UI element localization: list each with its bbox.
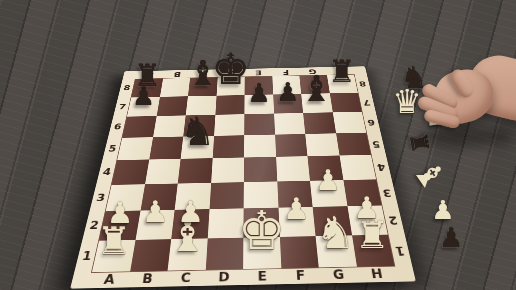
square-e1 — [243, 237, 281, 269]
square-a2 — [99, 211, 140, 241]
file-label-top-h: H — [325, 67, 354, 76]
square-b2 — [135, 210, 174, 240]
square-b8 — [160, 78, 190, 97]
square-e4 — [244, 157, 277, 182]
square-f8 — [272, 76, 301, 95]
square-h7 — [329, 92, 361, 112]
square-a3 — [106, 184, 145, 211]
square-a4 — [112, 159, 149, 184]
chess-board: AABBCCDDEEFFGGHH8877665544332211 — [70, 66, 416, 288]
file-label-bottom-e: E — [243, 268, 282, 285]
square-c3 — [175, 183, 211, 210]
square-c6 — [183, 115, 215, 136]
file-label-bottom-c: C — [166, 270, 206, 287]
square-g3 — [310, 180, 347, 207]
file-label-bottom-f: F — [281, 267, 320, 284]
square-h3 — [343, 179, 382, 206]
file-label-bottom-h: H — [357, 266, 398, 283]
photo-scene: AABBCCDDEEFFGGHH8877665544332211 ♜♝♚♜♟♟♟… — [0, 0, 516, 290]
square-f2 — [278, 207, 315, 237]
square-b6 — [153, 115, 186, 137]
square-b4 — [145, 159, 181, 184]
rank-label-right-8: 8 — [354, 74, 371, 92]
board-grid — [92, 75, 394, 273]
square-c4 — [178, 158, 213, 183]
file-label-bottom-d: D — [204, 269, 243, 286]
file-label-top-e: E — [245, 68, 272, 77]
captured-white-pawn: ♟ — [431, 197, 454, 223]
square-h8 — [327, 75, 358, 93]
square-g2 — [313, 206, 352, 236]
square-h6 — [332, 112, 366, 133]
square-f5 — [275, 134, 308, 157]
square-c7 — [186, 95, 217, 115]
rank-label-right-7: 7 — [358, 92, 376, 112]
square-c2 — [171, 209, 209, 239]
file-label-bottom-a: A — [88, 271, 129, 288]
hand-shadow — [420, 125, 515, 147]
square-e5 — [244, 134, 276, 157]
square-f4 — [276, 156, 310, 181]
file-label-top-g: G — [299, 67, 327, 76]
square-a5 — [117, 137, 153, 160]
square-c8 — [188, 77, 217, 96]
square-h4 — [339, 155, 376, 180]
square-a1 — [92, 240, 135, 273]
square-h5 — [336, 132, 371, 155]
square-e6 — [244, 114, 274, 135]
square-f3 — [277, 180, 313, 207]
captured-white-bishop-lying: ♝ — [408, 153, 452, 196]
square-e2 — [243, 208, 279, 238]
square-f6 — [274, 113, 305, 134]
square-c1 — [168, 238, 208, 271]
file-label-top-d: D — [217, 69, 244, 78]
file-label-top-f: F — [272, 68, 300, 77]
square-a8 — [131, 79, 162, 98]
square-g5 — [305, 133, 339, 156]
square-f1 — [279, 236, 318, 268]
square-b5 — [149, 136, 183, 159]
square-g8 — [299, 75, 329, 94]
square-b3 — [140, 183, 178, 210]
file-label-bottom-g: G — [319, 267, 359, 284]
square-d4 — [211, 157, 244, 182]
square-c5 — [181, 136, 214, 159]
square-g1 — [316, 235, 357, 267]
square-g7 — [301, 93, 332, 113]
square-b7 — [156, 96, 188, 116]
square-a6 — [122, 116, 156, 138]
file-label-top-a: A — [135, 71, 164, 80]
square-e3 — [244, 181, 278, 208]
file-label-top-b: B — [163, 70, 191, 79]
square-d7 — [215, 95, 245, 115]
square-b1 — [130, 239, 172, 272]
file-label-top-c: C — [190, 69, 218, 78]
square-f7 — [273, 94, 303, 114]
square-d3 — [209, 182, 244, 209]
captured-black-pawn: ♟ — [439, 224, 463, 251]
file-label-bottom-b: B — [127, 271, 168, 288]
square-g6 — [303, 112, 336, 133]
square-e7 — [244, 94, 273, 114]
square-e8 — [245, 76, 273, 95]
square-g4 — [307, 155, 343, 180]
rank-label-right-6: 6 — [362, 111, 381, 132]
square-d1 — [205, 237, 243, 269]
square-d6 — [214, 114, 245, 135]
square-a7 — [127, 97, 160, 117]
square-d5 — [212, 135, 244, 158]
square-d8 — [216, 77, 244, 96]
square-d2 — [207, 208, 243, 238]
